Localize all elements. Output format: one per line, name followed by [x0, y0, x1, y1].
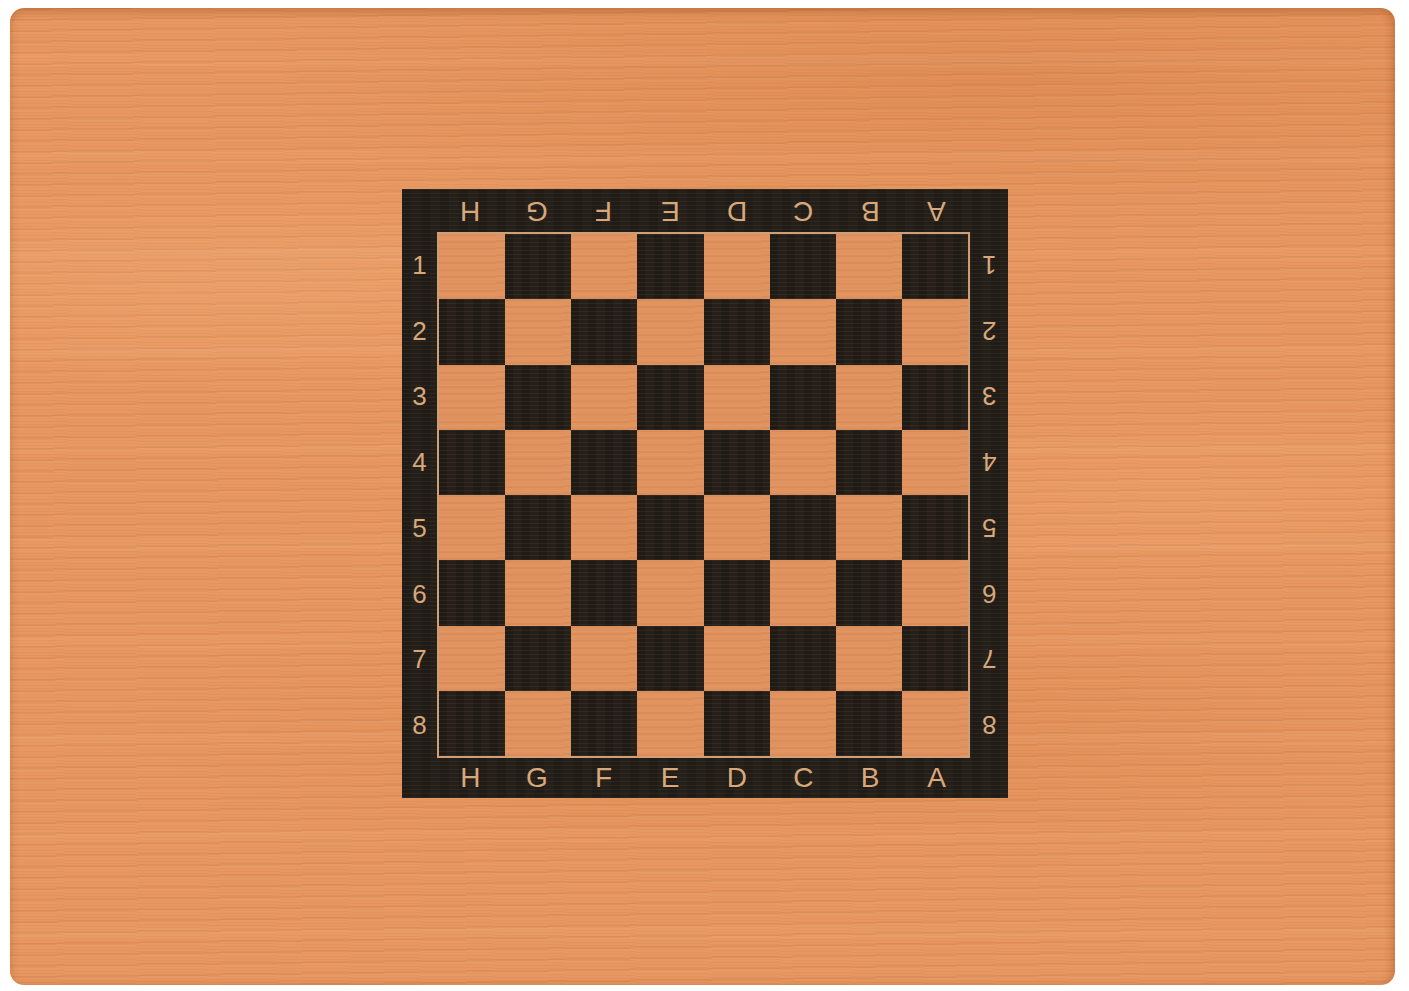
file-label: C [793, 764, 813, 792]
rank-label: 6 [982, 581, 996, 607]
file-label: F [595, 197, 612, 225]
square-b6 [836, 560, 902, 625]
square-a4 [902, 430, 968, 495]
square-a5 [902, 495, 968, 560]
wooden-board-surface: HGFEDCBA 12345678 12345678 HGFEDCBA [10, 8, 1395, 985]
square-f8 [571, 691, 637, 756]
file-label: A [927, 197, 946, 225]
square-f3 [571, 365, 637, 430]
square-b2 [836, 299, 902, 364]
square-g2 [505, 299, 571, 364]
square-h2 [439, 299, 505, 364]
square-h7 [439, 626, 505, 691]
file-label: H [460, 764, 480, 792]
square-g1 [505, 234, 571, 299]
rank-label: 5 [982, 515, 996, 541]
square-h4 [439, 430, 505, 495]
square-c7 [770, 626, 836, 691]
square-d7 [704, 626, 770, 691]
square-d3 [704, 365, 770, 430]
square-e1 [637, 234, 703, 299]
square-a8 [902, 691, 968, 756]
square-a7 [902, 626, 968, 691]
square-d8 [704, 691, 770, 756]
square-b1 [836, 234, 902, 299]
square-g4 [505, 430, 571, 495]
rank-labels-left: 12345678 [402, 232, 437, 758]
rank-label: 6 [412, 581, 426, 607]
rank-label: 8 [412, 712, 426, 738]
square-d6 [704, 560, 770, 625]
square-g3 [505, 365, 571, 430]
file-label: B [861, 764, 880, 792]
square-a2 [902, 299, 968, 364]
square-c8 [770, 691, 836, 756]
file-labels-top: HGFEDCBA [437, 189, 970, 232]
file-label: G [526, 764, 548, 792]
square-e2 [637, 299, 703, 364]
square-g7 [505, 626, 571, 691]
rank-label: 8 [982, 712, 996, 738]
square-e4 [637, 430, 703, 495]
square-g6 [505, 560, 571, 625]
square-h6 [439, 560, 505, 625]
square-g8 [505, 691, 571, 756]
square-h5 [439, 495, 505, 560]
chess-grid [437, 232, 970, 758]
rank-label: 2 [982, 318, 996, 344]
square-d1 [704, 234, 770, 299]
rank-label: 3 [412, 383, 426, 409]
square-f5 [571, 495, 637, 560]
square-b3 [836, 365, 902, 430]
square-e6 [637, 560, 703, 625]
rank-label: 2 [412, 318, 426, 344]
file-label: B [861, 197, 880, 225]
square-h8 [439, 691, 505, 756]
rank-label: 7 [982, 646, 996, 672]
square-d4 [704, 430, 770, 495]
square-c6 [770, 560, 836, 625]
square-c4 [770, 430, 836, 495]
rank-label: 7 [412, 646, 426, 672]
rank-labels-right: 12345678 [970, 232, 1008, 758]
square-d5 [704, 495, 770, 560]
square-a3 [902, 365, 968, 430]
square-h1 [439, 234, 505, 299]
rank-label: 4 [982, 449, 996, 475]
square-f4 [571, 430, 637, 495]
square-c5 [770, 495, 836, 560]
square-f6 [571, 560, 637, 625]
square-h3 [439, 365, 505, 430]
rank-label: 5 [412, 515, 426, 541]
square-c3 [770, 365, 836, 430]
square-e3 [637, 365, 703, 430]
square-b8 [836, 691, 902, 756]
rank-label: 1 [982, 252, 996, 278]
file-label: E [661, 197, 680, 225]
rank-label: 4 [412, 449, 426, 475]
square-c1 [770, 234, 836, 299]
rank-label: 1 [412, 252, 426, 278]
file-label: G [526, 197, 548, 225]
square-e7 [637, 626, 703, 691]
square-d2 [704, 299, 770, 364]
square-b5 [836, 495, 902, 560]
file-label: F [595, 764, 612, 792]
square-f2 [571, 299, 637, 364]
file-label: C [793, 197, 813, 225]
file-label: A [927, 764, 946, 792]
square-c2 [770, 299, 836, 364]
square-g5 [505, 495, 571, 560]
file-label: D [727, 197, 747, 225]
square-f1 [571, 234, 637, 299]
square-f7 [571, 626, 637, 691]
square-e5 [637, 495, 703, 560]
chess-board: HGFEDCBA 12345678 12345678 HGFEDCBA [402, 189, 1008, 798]
file-label: D [727, 764, 747, 792]
file-labels-bottom: HGFEDCBA [437, 758, 970, 798]
rank-label: 3 [982, 383, 996, 409]
file-label: E [661, 764, 680, 792]
square-b4 [836, 430, 902, 495]
square-e8 [637, 691, 703, 756]
square-b7 [836, 626, 902, 691]
file-label: H [460, 197, 480, 225]
square-a6 [902, 560, 968, 625]
square-a1 [902, 234, 968, 299]
